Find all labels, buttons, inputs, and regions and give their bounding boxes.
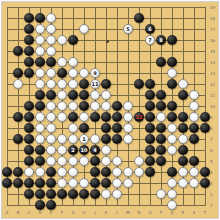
black-stone[interactable] [68, 35, 78, 45]
white-stone[interactable] [57, 79, 67, 89]
black-stone[interactable] [35, 156, 45, 166]
black-stone[interactable] [156, 123, 166, 133]
white-stone[interactable] [24, 167, 34, 177]
black-stone[interactable] [90, 167, 100, 177]
white-stone[interactable] [57, 101, 67, 111]
white-stone[interactable] [57, 90, 67, 100]
coord-number-7: 7 [210, 137, 213, 142]
black-stone[interactable] [189, 123, 199, 133]
white-stone[interactable] [189, 101, 199, 111]
black-stone[interactable] [46, 189, 56, 199]
black-stone[interactable] [200, 167, 210, 177]
white-stone[interactable] [35, 46, 45, 56]
black-stone[interactable] [46, 90, 56, 100]
black-stone[interactable] [79, 90, 89, 100]
white-stone[interactable] [57, 156, 67, 166]
coord-number-16: 16 [210, 38, 215, 43]
white-stone[interactable] [123, 101, 133, 111]
white-stone[interactable] [101, 101, 111, 111]
white-stone[interactable] [35, 167, 45, 177]
coord-number-1: 1 [210, 203, 213, 208]
black-stone-move-6[interactable]: 6 [145, 24, 155, 34]
white-stone[interactable] [68, 167, 78, 177]
black-stone[interactable] [35, 90, 45, 100]
black-stone[interactable] [145, 156, 155, 166]
black-stone[interactable] [46, 57, 56, 67]
white-stone[interactable] [167, 200, 177, 210]
coord-number-6: 6 [210, 148, 213, 153]
black-stone[interactable] [156, 145, 166, 155]
white-stone[interactable] [57, 178, 67, 188]
black-stone[interactable] [24, 178, 34, 188]
black-stone[interactable] [145, 79, 155, 89]
coord-letter-P: P [160, 210, 162, 215]
black-stone[interactable] [57, 68, 67, 78]
white-stone[interactable] [68, 68, 78, 78]
go-diagram: 56789111212104ABCDEFGHJKLMNOPQRST1918171… [0, 0, 220, 220]
black-stone[interactable] [24, 35, 34, 45]
black-stone[interactable] [200, 178, 210, 188]
white-stone[interactable] [35, 24, 45, 34]
white-stone[interactable] [189, 112, 199, 122]
white-stone[interactable] [46, 101, 56, 111]
black-stone[interactable] [200, 123, 210, 133]
white-stone[interactable] [134, 167, 144, 177]
coord-letter-M: M [126, 210, 129, 215]
white-stone-move-9[interactable]: 9 [90, 68, 100, 78]
white-stone[interactable] [189, 90, 199, 100]
black-stone[interactable] [24, 112, 34, 122]
white-stone[interactable] [90, 134, 100, 144]
black-stone[interactable] [156, 57, 166, 67]
white-stone[interactable] [46, 46, 56, 56]
coord-letter-Q: Q [170, 210, 173, 215]
black-stone-move-2[interactable]: 2 [68, 145, 78, 155]
black-stone[interactable] [101, 79, 111, 89]
coord-letter-G: G [71, 210, 74, 215]
white-stone[interactable] [90, 101, 100, 111]
coord-number-3: 3 [210, 181, 213, 186]
coord-number-4: 4 [210, 170, 213, 175]
white-stone[interactable] [112, 189, 122, 199]
coord-number-14: 14 [210, 60, 215, 65]
black-stone[interactable] [2, 178, 12, 188]
white-stone[interactable] [123, 112, 133, 122]
black-stone[interactable] [167, 101, 177, 111]
white-stone-move-1[interactable]: 1 [79, 134, 89, 144]
black-stone[interactable] [35, 178, 45, 188]
white-stone[interactable] [68, 57, 78, 67]
black-stone[interactable] [167, 167, 177, 177]
black-stone[interactable] [57, 189, 67, 199]
white-stone-move-5[interactable]: 5 [123, 24, 133, 34]
black-stone[interactable] [178, 156, 188, 166]
black-stone-move-10[interactable]: 10 [79, 145, 89, 155]
white-stone[interactable] [68, 156, 78, 166]
white-stone[interactable] [123, 178, 133, 188]
white-stone[interactable] [167, 123, 177, 133]
white-stone[interactable] [90, 90, 100, 100]
white-stone[interactable] [57, 112, 67, 122]
coord-number-9: 9 [210, 115, 213, 120]
white-stone[interactable] [178, 79, 188, 89]
coord-number-10: 10 [210, 104, 215, 109]
black-stone[interactable] [24, 189, 34, 199]
black-stone-move-12[interactable]: 12 [134, 112, 144, 122]
black-stone[interactable] [101, 178, 111, 188]
white-stone[interactable] [46, 13, 56, 23]
black-stone[interactable] [79, 101, 89, 111]
black-stone[interactable] [156, 156, 166, 166]
black-stone[interactable] [35, 101, 45, 111]
white-stone[interactable] [79, 24, 89, 34]
coord-number-19: 19 [210, 5, 215, 10]
white-stone[interactable] [189, 167, 199, 177]
coord-number-5: 5 [210, 159, 213, 164]
black-stone[interactable] [112, 134, 122, 144]
coord-letter-R: R [182, 210, 185, 215]
white-stone[interactable] [46, 123, 56, 133]
black-stone[interactable] [145, 123, 155, 133]
black-stone[interactable] [101, 123, 111, 133]
coord-letter-E: E [50, 210, 53, 215]
coord-number-13: 13 [210, 71, 215, 76]
white-stone[interactable] [156, 112, 166, 122]
coord-letter-S: S [193, 210, 196, 215]
black-stone[interactable] [24, 57, 34, 67]
white-stone[interactable] [112, 167, 122, 177]
white-stone[interactable] [68, 178, 78, 188]
black-stone[interactable] [145, 90, 155, 100]
white-stone[interactable] [101, 189, 111, 199]
black-stone[interactable] [24, 134, 34, 144]
white-stone-move-7[interactable]: 7 [145, 35, 155, 45]
white-stone[interactable] [46, 35, 56, 45]
coord-letter-L: L [116, 210, 118, 215]
black-stone[interactable] [90, 189, 100, 199]
black-stone[interactable] [101, 167, 111, 177]
black-stone[interactable] [145, 134, 155, 144]
white-stone[interactable] [167, 145, 177, 155]
white-stone[interactable] [68, 134, 78, 144]
white-stone[interactable] [68, 123, 78, 133]
black-stone[interactable] [112, 123, 122, 133]
black-stone[interactable] [24, 24, 34, 34]
black-stone[interactable] [134, 13, 144, 23]
white-stone[interactable] [46, 145, 56, 155]
white-stone[interactable] [46, 68, 56, 78]
black-stone[interactable] [189, 156, 199, 166]
white-stone[interactable] [35, 123, 45, 133]
white-stone[interactable] [134, 156, 144, 166]
black-stone[interactable] [178, 112, 188, 122]
white-stone[interactable] [79, 156, 89, 166]
coord-number-11: 11 [210, 93, 215, 98]
white-stone[interactable] [35, 79, 45, 89]
white-stone[interactable] [35, 68, 45, 78]
white-stone[interactable] [123, 134, 133, 144]
white-stone[interactable] [167, 68, 177, 78]
white-stone[interactable] [167, 189, 177, 199]
coord-letter-J: J [94, 210, 95, 215]
black-stone[interactable] [13, 112, 23, 122]
coord-letter-T: T [204, 210, 206, 215]
coord-letter-C: C [28, 210, 31, 215]
black-stone[interactable] [35, 145, 45, 155]
black-stone[interactable] [79, 79, 89, 89]
black-stone[interactable] [156, 101, 166, 111]
coord-letter-H: H [82, 210, 85, 215]
white-stone[interactable] [167, 178, 177, 188]
white-stone[interactable] [46, 24, 56, 34]
black-stone[interactable] [24, 123, 34, 133]
coord-letter-A: A [6, 210, 9, 215]
black-stone[interactable] [79, 189, 89, 199]
coord-letter-D: D [38, 210, 41, 215]
black-stone[interactable] [167, 79, 177, 89]
white-stone[interactable] [79, 178, 89, 188]
white-stone[interactable] [57, 57, 67, 67]
black-stone-move-8[interactable]: 8 [156, 35, 166, 45]
black-stone[interactable] [178, 123, 188, 133]
white-stone[interactable] [68, 101, 78, 111]
white-stone[interactable] [35, 134, 45, 144]
coord-number-15: 15 [210, 49, 215, 54]
black-stone[interactable] [24, 145, 34, 155]
white-stone[interactable] [46, 134, 56, 144]
white-stone[interactable] [79, 68, 89, 78]
white-stone[interactable] [68, 79, 78, 89]
black-stone[interactable] [68, 189, 78, 199]
coord-number-18: 18 [210, 16, 215, 21]
black-stone[interactable] [134, 79, 144, 89]
coord-letter-O: O [148, 210, 151, 215]
black-stone[interactable] [13, 134, 23, 144]
black-stone[interactable] [145, 112, 155, 122]
black-stone[interactable] [178, 145, 188, 155]
white-stone[interactable] [79, 112, 89, 122]
black-stone[interactable] [156, 134, 166, 144]
black-stone[interactable] [145, 101, 155, 111]
black-stone[interactable] [167, 35, 177, 45]
black-stone[interactable] [2, 167, 12, 177]
white-stone[interactable] [101, 145, 111, 155]
coord-letter-F: F [61, 210, 63, 215]
black-stone[interactable] [167, 112, 177, 122]
black-stone[interactable] [24, 68, 34, 78]
black-stone[interactable] [79, 123, 89, 133]
white-stone[interactable] [189, 178, 199, 188]
black-stone[interactable] [13, 46, 23, 56]
black-stone[interactable] [46, 178, 56, 188]
black-stone[interactable] [145, 145, 155, 155]
white-stone[interactable] [57, 35, 67, 45]
black-stone[interactable] [24, 13, 34, 23]
black-stone[interactable] [112, 112, 122, 122]
coord-number-17: 17 [210, 27, 215, 32]
white-stone[interactable] [35, 35, 45, 45]
black-stone[interactable] [13, 68, 23, 78]
black-stone[interactable] [101, 112, 111, 122]
white-stone[interactable] [101, 90, 111, 100]
white-stone[interactable] [112, 156, 122, 166]
black-stone[interactable] [156, 90, 166, 100]
coord-number-12: 12 [210, 82, 215, 87]
black-stone[interactable] [46, 167, 56, 177]
black-stone[interactable] [178, 90, 188, 100]
coord-letter-N: N [138, 210, 141, 215]
black-stone[interactable] [13, 167, 23, 177]
black-stone[interactable] [24, 156, 34, 166]
white-stone[interactable] [178, 167, 188, 177]
black-stone[interactable] [200, 112, 210, 122]
coord-number-8: 8 [210, 126, 213, 131]
white-stone[interactable] [112, 178, 122, 188]
black-stone[interactable] [145, 167, 155, 177]
black-stone[interactable] [189, 134, 199, 144]
white-stone[interactable] [57, 134, 67, 144]
black-stone[interactable] [167, 57, 177, 67]
coord-number-2: 2 [210, 192, 213, 197]
black-stone[interactable] [90, 156, 100, 166]
black-stone[interactable] [68, 90, 78, 100]
white-stone[interactable] [101, 156, 111, 166]
go-board[interactable]: 56789111212104ABCDEFGHJKLMNOPQRST1918171… [1, 1, 219, 219]
white-stone[interactable] [13, 79, 23, 89]
white-stone[interactable] [46, 79, 56, 89]
white-stone[interactable] [46, 156, 56, 166]
white-stone[interactable] [167, 134, 177, 144]
white-stone[interactable] [178, 178, 188, 188]
black-stone[interactable] [68, 112, 78, 122]
coord-letter-K: K [105, 210, 108, 215]
black-stone[interactable] [112, 101, 122, 111]
hoshi-point [106, 40, 109, 43]
white-stone[interactable] [123, 123, 133, 133]
black-stone[interactable] [101, 134, 111, 144]
white-stone[interactable] [35, 112, 45, 122]
white-stone[interactable] [46, 112, 56, 122]
white-stone[interactable] [57, 167, 67, 177]
black-stone[interactable] [35, 57, 45, 67]
white-stone[interactable] [123, 167, 133, 177]
white-stone[interactable] [178, 134, 188, 144]
coord-letter-B: B [17, 210, 20, 215]
black-stone[interactable] [24, 101, 34, 111]
black-stone[interactable] [24, 46, 34, 56]
black-stone[interactable] [35, 200, 45, 210]
white-stone[interactable] [156, 189, 166, 199]
white-stone[interactable] [57, 145, 67, 155]
black-stone[interactable] [90, 178, 100, 188]
white-stone-move-11[interactable]: 11 [90, 79, 100, 89]
black-stone[interactable] [90, 112, 100, 122]
black-stone[interactable] [35, 189, 45, 199]
black-stone[interactable] [35, 13, 45, 23]
black-stone[interactable] [46, 200, 56, 210]
black-stone-move-4[interactable]: 4 [90, 145, 100, 155]
black-stone[interactable] [13, 178, 23, 188]
